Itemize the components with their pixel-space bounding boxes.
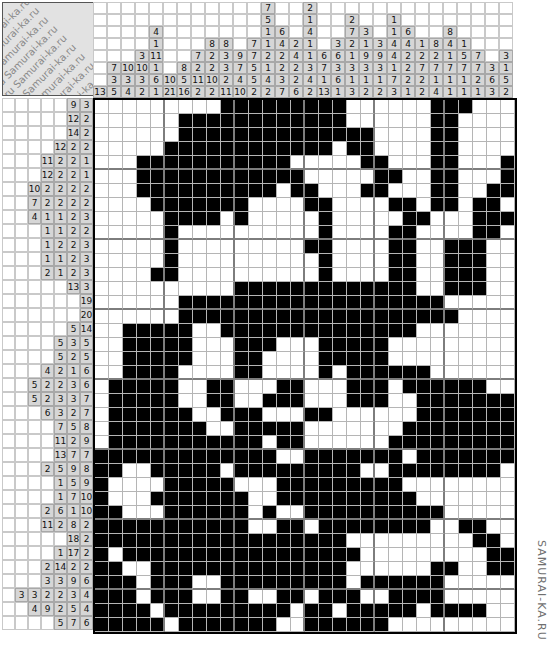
filled-cell[interactable] [347, 450, 361, 464]
filled-cell[interactable] [109, 450, 123, 464]
empty-cell[interactable] [501, 604, 515, 618]
filled-cell[interactable] [389, 170, 403, 184]
filled-cell[interactable] [291, 310, 305, 324]
empty-cell[interactable] [473, 492, 487, 506]
empty-cell[interactable] [109, 142, 123, 156]
filled-cell[interactable] [389, 604, 403, 618]
empty-cell[interactable] [221, 422, 235, 436]
filled-cell[interactable] [207, 310, 221, 324]
filled-cell[interactable] [375, 478, 389, 492]
filled-cell[interactable] [137, 184, 151, 198]
empty-cell[interactable] [95, 310, 109, 324]
filled-cell[interactable] [487, 450, 501, 464]
filled-cell[interactable] [445, 422, 459, 436]
filled-cell[interactable] [375, 170, 389, 184]
filled-cell[interactable] [193, 520, 207, 534]
empty-cell[interactable] [403, 184, 417, 198]
filled-cell[interactable] [347, 478, 361, 492]
filled-cell[interactable] [207, 296, 221, 310]
filled-cell[interactable] [165, 142, 179, 156]
empty-cell[interactable] [95, 282, 109, 296]
empty-cell[interactable] [137, 562, 151, 576]
filled-cell[interactable] [403, 310, 417, 324]
filled-cell[interactable] [305, 324, 319, 338]
filled-cell[interactable] [319, 450, 333, 464]
empty-cell[interactable] [305, 366, 319, 380]
filled-cell[interactable] [361, 380, 375, 394]
filled-cell[interactable] [109, 618, 123, 632]
filled-cell[interactable] [207, 450, 221, 464]
filled-cell[interactable] [431, 100, 445, 114]
empty-cell[interactable] [151, 296, 165, 310]
filled-cell[interactable] [319, 408, 333, 422]
empty-cell[interactable] [151, 604, 165, 618]
empty-cell[interactable] [193, 226, 207, 240]
filled-cell[interactable] [445, 170, 459, 184]
empty-cell[interactable] [417, 226, 431, 240]
empty-cell[interactable] [333, 142, 347, 156]
filled-cell[interactable] [179, 198, 193, 212]
empty-cell[interactable] [403, 156, 417, 170]
filled-cell[interactable] [221, 198, 235, 212]
empty-cell[interactable] [249, 226, 263, 240]
filled-cell[interactable] [375, 618, 389, 632]
empty-cell[interactable] [389, 212, 403, 226]
filled-cell[interactable] [179, 184, 193, 198]
filled-cell[interactable] [249, 338, 263, 352]
empty-cell[interactable] [473, 338, 487, 352]
filled-cell[interactable] [417, 436, 431, 450]
empty-cell[interactable] [417, 184, 431, 198]
empty-cell[interactable] [249, 478, 263, 492]
filled-cell[interactable] [501, 562, 515, 576]
filled-cell[interactable] [319, 548, 333, 562]
filled-cell[interactable] [277, 324, 291, 338]
filled-cell[interactable] [123, 450, 137, 464]
empty-cell[interactable] [207, 100, 221, 114]
filled-cell[interactable] [389, 240, 403, 254]
empty-cell[interactable] [375, 240, 389, 254]
empty-cell[interactable] [333, 184, 347, 198]
empty-cell[interactable] [123, 310, 137, 324]
filled-cell[interactable] [193, 548, 207, 562]
filled-cell[interactable] [473, 380, 487, 394]
filled-cell[interactable] [123, 576, 137, 590]
filled-cell[interactable] [221, 520, 235, 534]
filled-cell[interactable] [375, 324, 389, 338]
empty-cell[interactable] [445, 366, 459, 380]
filled-cell[interactable] [347, 604, 361, 618]
filled-cell[interactable] [389, 310, 403, 324]
empty-cell[interactable] [109, 324, 123, 338]
empty-cell[interactable] [459, 198, 473, 212]
filled-cell[interactable] [263, 114, 277, 128]
filled-cell[interactable] [151, 198, 165, 212]
filled-cell[interactable] [459, 380, 473, 394]
empty-cell[interactable] [375, 548, 389, 562]
empty-cell[interactable] [403, 142, 417, 156]
filled-cell[interactable] [137, 380, 151, 394]
empty-cell[interactable] [459, 296, 473, 310]
empty-cell[interactable] [501, 100, 515, 114]
filled-cell[interactable] [277, 156, 291, 170]
filled-cell[interactable] [277, 604, 291, 618]
filled-cell[interactable] [389, 254, 403, 268]
empty-cell[interactable] [305, 268, 319, 282]
empty-cell[interactable] [501, 142, 515, 156]
filled-cell[interactable] [235, 436, 249, 450]
empty-cell[interactable] [137, 142, 151, 156]
filled-cell[interactable] [263, 184, 277, 198]
empty-cell[interactable] [263, 366, 277, 380]
empty-cell[interactable] [389, 100, 403, 114]
filled-cell[interactable] [333, 562, 347, 576]
empty-cell[interactable] [501, 296, 515, 310]
filled-cell[interactable] [361, 366, 375, 380]
empty-cell[interactable] [473, 100, 487, 114]
filled-cell[interactable] [361, 128, 375, 142]
filled-cell[interactable] [459, 422, 473, 436]
filled-cell[interactable] [193, 212, 207, 226]
empty-cell[interactable] [347, 100, 361, 114]
filled-cell[interactable] [417, 590, 431, 604]
empty-cell[interactable] [305, 226, 319, 240]
empty-cell[interactable] [207, 282, 221, 296]
filled-cell[interactable] [291, 170, 305, 184]
empty-cell[interactable] [165, 296, 179, 310]
empty-cell[interactable] [501, 254, 515, 268]
filled-cell[interactable] [375, 604, 389, 618]
empty-cell[interactable] [459, 590, 473, 604]
filled-cell[interactable] [109, 436, 123, 450]
empty-cell[interactable] [375, 422, 389, 436]
filled-cell[interactable] [179, 156, 193, 170]
empty-cell[interactable] [375, 534, 389, 548]
filled-cell[interactable] [263, 338, 277, 352]
empty-cell[interactable] [403, 128, 417, 142]
filled-cell[interactable] [291, 114, 305, 128]
empty-cell[interactable] [431, 548, 445, 562]
empty-cell[interactable] [95, 170, 109, 184]
empty-cell[interactable] [193, 394, 207, 408]
empty-cell[interactable] [123, 506, 137, 520]
empty-cell[interactable] [151, 282, 165, 296]
filled-cell[interactable] [445, 604, 459, 618]
filled-cell[interactable] [277, 520, 291, 534]
empty-cell[interactable] [109, 352, 123, 366]
empty-cell[interactable] [193, 324, 207, 338]
filled-cell[interactable] [277, 478, 291, 492]
empty-cell[interactable] [431, 492, 445, 506]
filled-cell[interactable] [235, 170, 249, 184]
filled-cell[interactable] [109, 464, 123, 478]
filled-cell[interactable] [109, 562, 123, 576]
filled-cell[interactable] [361, 352, 375, 366]
filled-cell[interactable] [151, 394, 165, 408]
filled-cell[interactable] [123, 534, 137, 548]
empty-cell[interactable] [305, 380, 319, 394]
empty-cell[interactable] [291, 254, 305, 268]
filled-cell[interactable] [361, 184, 375, 198]
filled-cell[interactable] [473, 422, 487, 436]
filled-cell[interactable] [109, 576, 123, 590]
empty-cell[interactable] [389, 380, 403, 394]
filled-cell[interactable] [165, 590, 179, 604]
empty-cell[interactable] [473, 618, 487, 632]
empty-cell[interactable] [123, 198, 137, 212]
filled-cell[interactable] [319, 478, 333, 492]
filled-cell[interactable] [235, 100, 249, 114]
filled-cell[interactable] [445, 198, 459, 212]
filled-cell[interactable] [389, 366, 403, 380]
empty-cell[interactable] [375, 114, 389, 128]
empty-cell[interactable] [193, 380, 207, 394]
filled-cell[interactable] [319, 254, 333, 268]
empty-cell[interactable] [501, 366, 515, 380]
filled-cell[interactable] [207, 562, 221, 576]
filled-cell[interactable] [235, 324, 249, 338]
empty-cell[interactable] [417, 268, 431, 282]
empty-cell[interactable] [207, 590, 221, 604]
empty-cell[interactable] [95, 436, 109, 450]
filled-cell[interactable] [361, 324, 375, 338]
empty-cell[interactable] [319, 380, 333, 394]
filled-cell[interactable] [207, 156, 221, 170]
filled-cell[interactable] [263, 128, 277, 142]
filled-cell[interactable] [389, 506, 403, 520]
filled-cell[interactable] [487, 212, 501, 226]
filled-cell[interactable] [207, 618, 221, 632]
empty-cell[interactable] [165, 100, 179, 114]
filled-cell[interactable] [151, 590, 165, 604]
empty-cell[interactable] [263, 268, 277, 282]
filled-cell[interactable] [319, 296, 333, 310]
filled-cell[interactable] [361, 478, 375, 492]
empty-cell[interactable] [501, 576, 515, 590]
empty-cell[interactable] [389, 422, 403, 436]
empty-cell[interactable] [389, 618, 403, 632]
filled-cell[interactable] [375, 156, 389, 170]
empty-cell[interactable] [151, 478, 165, 492]
filled-cell[interactable] [333, 520, 347, 534]
filled-cell[interactable] [291, 100, 305, 114]
empty-cell[interactable] [333, 366, 347, 380]
filled-cell[interactable] [431, 450, 445, 464]
filled-cell[interactable] [109, 380, 123, 394]
empty-cell[interactable] [137, 114, 151, 128]
filled-cell[interactable] [347, 394, 361, 408]
empty-cell[interactable] [95, 184, 109, 198]
empty-cell[interactable] [277, 366, 291, 380]
filled-cell[interactable] [319, 198, 333, 212]
filled-cell[interactable] [235, 156, 249, 170]
filled-cell[interactable] [375, 366, 389, 380]
empty-cell[interactable] [137, 254, 151, 268]
filled-cell[interactable] [193, 618, 207, 632]
empty-cell[interactable] [249, 506, 263, 520]
empty-cell[interactable] [95, 212, 109, 226]
filled-cell[interactable] [403, 520, 417, 534]
empty-cell[interactable] [487, 604, 501, 618]
empty-cell[interactable] [123, 492, 137, 506]
filled-cell[interactable] [305, 604, 319, 618]
filled-cell[interactable] [319, 282, 333, 296]
filled-cell[interactable] [151, 562, 165, 576]
filled-cell[interactable] [291, 436, 305, 450]
filled-cell[interactable] [249, 366, 263, 380]
empty-cell[interactable] [417, 562, 431, 576]
filled-cell[interactable] [193, 492, 207, 506]
empty-cell[interactable] [333, 226, 347, 240]
empty-cell[interactable] [95, 100, 109, 114]
empty-cell[interactable] [109, 254, 123, 268]
empty-cell[interactable] [445, 534, 459, 548]
empty-cell[interactable] [249, 520, 263, 534]
filled-cell[interactable] [277, 282, 291, 296]
filled-cell[interactable] [235, 212, 249, 226]
filled-cell[interactable] [333, 114, 347, 128]
empty-cell[interactable] [137, 226, 151, 240]
filled-cell[interactable] [361, 394, 375, 408]
filled-cell[interactable] [305, 618, 319, 632]
empty-cell[interactable] [95, 254, 109, 268]
filled-cell[interactable] [193, 478, 207, 492]
filled-cell[interactable] [221, 534, 235, 548]
filled-cell[interactable] [221, 100, 235, 114]
empty-cell[interactable] [137, 478, 151, 492]
empty-cell[interactable] [389, 156, 403, 170]
filled-cell[interactable] [165, 450, 179, 464]
filled-cell[interactable] [165, 520, 179, 534]
empty-cell[interactable] [291, 338, 305, 352]
filled-cell[interactable] [179, 352, 193, 366]
filled-cell[interactable] [487, 534, 501, 548]
filled-cell[interactable] [277, 394, 291, 408]
filled-cell[interactable] [109, 506, 123, 520]
empty-cell[interactable] [123, 296, 137, 310]
filled-cell[interactable] [109, 534, 123, 548]
empty-cell[interactable] [403, 618, 417, 632]
filled-cell[interactable] [263, 282, 277, 296]
filled-cell[interactable] [151, 366, 165, 380]
empty-cell[interactable] [249, 240, 263, 254]
empty-cell[interactable] [95, 422, 109, 436]
filled-cell[interactable] [361, 156, 375, 170]
filled-cell[interactable] [263, 618, 277, 632]
filled-cell[interactable] [417, 296, 431, 310]
filled-cell[interactable] [193, 198, 207, 212]
filled-cell[interactable] [221, 436, 235, 450]
empty-cell[interactable] [403, 408, 417, 422]
filled-cell[interactable] [179, 422, 193, 436]
filled-cell[interactable] [305, 464, 319, 478]
empty-cell[interactable] [501, 478, 515, 492]
empty-cell[interactable] [347, 562, 361, 576]
filled-cell[interactable] [151, 324, 165, 338]
empty-cell[interactable] [361, 422, 375, 436]
filled-cell[interactable] [445, 100, 459, 114]
filled-cell[interactable] [165, 422, 179, 436]
filled-cell[interactable] [207, 170, 221, 184]
empty-cell[interactable] [137, 296, 151, 310]
filled-cell[interactable] [305, 576, 319, 590]
filled-cell[interactable] [487, 226, 501, 240]
empty-cell[interactable] [123, 282, 137, 296]
empty-cell[interactable] [277, 184, 291, 198]
filled-cell[interactable] [165, 156, 179, 170]
empty-cell[interactable] [165, 282, 179, 296]
empty-cell[interactable] [319, 156, 333, 170]
filled-cell[interactable] [361, 618, 375, 632]
empty-cell[interactable] [389, 352, 403, 366]
filled-cell[interactable] [459, 604, 473, 618]
empty-cell[interactable] [487, 128, 501, 142]
empty-cell[interactable] [305, 422, 319, 436]
empty-cell[interactable] [137, 212, 151, 226]
empty-cell[interactable] [375, 128, 389, 142]
filled-cell[interactable] [151, 492, 165, 506]
filled-cell[interactable] [179, 492, 193, 506]
filled-cell[interactable] [319, 226, 333, 240]
filled-cell[interactable] [291, 394, 305, 408]
empty-cell[interactable] [235, 394, 249, 408]
empty-cell[interactable] [347, 534, 361, 548]
filled-cell[interactable] [165, 352, 179, 366]
filled-cell[interactable] [165, 534, 179, 548]
filled-cell[interactable] [151, 534, 165, 548]
filled-cell[interactable] [291, 534, 305, 548]
filled-cell[interactable] [151, 464, 165, 478]
filled-cell[interactable] [165, 506, 179, 520]
empty-cell[interactable] [291, 198, 305, 212]
empty-cell[interactable] [249, 198, 263, 212]
empty-cell[interactable] [445, 338, 459, 352]
filled-cell[interactable] [445, 464, 459, 478]
filled-cell[interactable] [431, 128, 445, 142]
empty-cell[interactable] [501, 380, 515, 394]
filled-cell[interactable] [473, 254, 487, 268]
filled-cell[interactable] [389, 282, 403, 296]
empty-cell[interactable] [501, 534, 515, 548]
filled-cell[interactable] [123, 380, 137, 394]
filled-cell[interactable] [347, 296, 361, 310]
filled-cell[interactable] [123, 436, 137, 450]
filled-cell[interactable] [249, 436, 263, 450]
filled-cell[interactable] [179, 142, 193, 156]
empty-cell[interactable] [137, 576, 151, 590]
filled-cell[interactable] [151, 548, 165, 562]
filled-cell[interactable] [221, 156, 235, 170]
filled-cell[interactable] [179, 576, 193, 590]
empty-cell[interactable] [403, 100, 417, 114]
filled-cell[interactable] [151, 520, 165, 534]
empty-cell[interactable] [473, 506, 487, 520]
empty-cell[interactable] [305, 352, 319, 366]
empty-cell[interactable] [109, 268, 123, 282]
filled-cell[interactable] [445, 184, 459, 198]
filled-cell[interactable] [207, 128, 221, 142]
filled-cell[interactable] [403, 366, 417, 380]
filled-cell[interactable] [333, 576, 347, 590]
filled-cell[interactable] [361, 338, 375, 352]
filled-cell[interactable] [249, 324, 263, 338]
filled-cell[interactable] [277, 100, 291, 114]
empty-cell[interactable] [123, 156, 137, 170]
empty-cell[interactable] [431, 478, 445, 492]
empty-cell[interactable] [249, 492, 263, 506]
empty-cell[interactable] [417, 352, 431, 366]
filled-cell[interactable] [417, 422, 431, 436]
